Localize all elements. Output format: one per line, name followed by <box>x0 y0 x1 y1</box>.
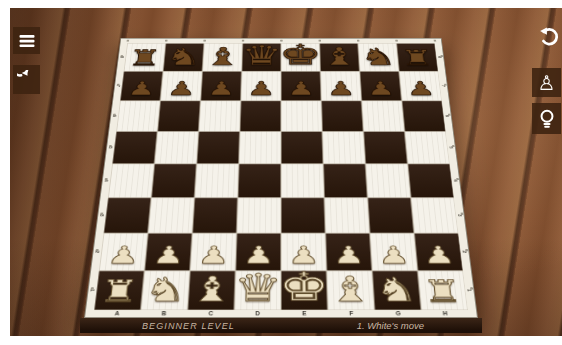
frame-screw <box>444 84 447 86</box>
piece-black-pawn-e7[interactable]: ♟ <box>281 55 321 97</box>
square-d5[interactable] <box>239 131 281 163</box>
rotate-board-button[interactable] <box>13 65 40 94</box>
level-label: BEGINNER LEVEL <box>142 321 235 331</box>
chess-app-window: ABCDEFGH 87654321 87654321 ♜♞♝♛♚♝♞♜♟♟♟♟♟… <box>10 8 562 336</box>
file-label-b: B <box>140 310 187 317</box>
square-g5[interactable] <box>363 131 407 163</box>
hint-button[interactable] <box>532 103 561 134</box>
frame-screw <box>465 249 468 251</box>
square-b5[interactable] <box>154 131 198 163</box>
piece-white-king-e1[interactable]: ♚ <box>281 249 328 306</box>
piece-black-pawn-b7[interactable]: ♟ <box>161 55 204 97</box>
piece-white-bishop-c1[interactable]: ♝ <box>188 249 236 306</box>
black-pawn-glyph: ♟ <box>126 80 156 98</box>
board-scene: ABCDEFGH 87654321 87654321 ♜♞♝♛♚♝♞♜♟♟♟♟♟… <box>10 8 562 336</box>
piece-black-pawn-a7[interactable]: ♟ <box>120 55 164 97</box>
file-label-h: H <box>421 310 469 317</box>
square-c6[interactable] <box>199 101 241 132</box>
status-bar: BEGINNER LEVEL 1. White's move <box>80 318 482 333</box>
square-c4[interactable] <box>194 164 238 198</box>
hamburger-icon <box>18 32 36 50</box>
undo-button[interactable] <box>533 21 562 50</box>
piece-white-knight-g1[interactable]: ♞ <box>371 249 421 306</box>
black-pawn-glyph: ♟ <box>247 80 275 98</box>
square-e4[interactable] <box>281 164 324 198</box>
square-c5[interactable] <box>197 131 240 163</box>
pawn-icon: ♙ <box>538 73 556 93</box>
square-d4[interactable] <box>238 164 281 198</box>
file-label-e: E <box>281 310 328 317</box>
black-pawn-glyph: ♟ <box>207 80 236 98</box>
piece-white-rook-a1[interactable]: ♜ <box>95 249 147 306</box>
piece-black-pawn-d7[interactable]: ♟ <box>241 55 281 97</box>
piece-black-pawn-c7[interactable]: ♟ <box>201 55 242 97</box>
white-bishop-glyph: ♝ <box>328 273 374 306</box>
black-pawn-glyph: ♟ <box>366 80 396 98</box>
piece-white-knight-b1[interactable]: ♞ <box>141 249 191 306</box>
piece-black-pawn-h7[interactable]: ♟ <box>398 55 442 97</box>
frame-screw <box>452 145 455 147</box>
black-pawn-glyph: ♟ <box>287 80 315 98</box>
square-d6[interactable] <box>240 101 281 132</box>
white-bishop-glyph: ♝ <box>189 273 235 306</box>
file-label-d: D <box>234 310 281 317</box>
black-pawn-glyph: ♟ <box>166 80 196 98</box>
white-rook-glyph: ♜ <box>98 277 140 306</box>
square-f4[interactable] <box>323 164 367 198</box>
piece-black-pawn-g7[interactable]: ♟ <box>359 55 402 97</box>
file-label-c: C <box>187 310 234 317</box>
screenshot-page: ABCDEFGH 87654321 87654321 ♜♞♝♛♚♝♞♜♟♟♟♟♟… <box>0 0 562 345</box>
frame-screw <box>461 213 464 215</box>
chess-board: ABCDEFGH 87654321 87654321 ♜♞♝♛♚♝♞♜♟♟♟♟♟… <box>84 38 478 318</box>
square-e6[interactable] <box>281 101 322 132</box>
frame-screw <box>456 178 459 180</box>
white-queen-glyph: ♛ <box>233 270 283 306</box>
move-status-label: 1. White's move <box>357 320 424 331</box>
undo-arrow-icon <box>537 25 559 47</box>
black-pawn-glyph: ♟ <box>406 80 436 98</box>
frame-screw <box>470 287 473 290</box>
white-knight-glyph: ♞ <box>143 275 188 306</box>
square-e5[interactable] <box>281 131 323 163</box>
menu-button[interactable] <box>13 27 40 54</box>
piece-white-rook-h1[interactable]: ♜ <box>416 249 468 306</box>
file-labels: ABCDEFGH <box>93 310 469 317</box>
square-b4[interactable] <box>151 164 196 198</box>
square-g4[interactable] <box>365 164 410 198</box>
white-rook-glyph: ♜ <box>422 277 464 306</box>
lightbulb-icon <box>537 108 557 130</box>
black-pawn-glyph: ♟ <box>326 80 355 98</box>
file-label-f: F <box>328 310 375 317</box>
square-g6[interactable] <box>361 101 404 132</box>
piece-white-queen-d1[interactable]: ♛ <box>234 249 281 306</box>
white-king-glyph: ♚ <box>279 268 331 306</box>
frame-screw <box>440 55 443 57</box>
frame-screw <box>448 114 451 116</box>
square-b6[interactable] <box>157 101 200 132</box>
piece-white-bishop-f1[interactable]: ♝ <box>326 249 374 306</box>
piece-black-pawn-f7[interactable]: ♟ <box>320 55 361 97</box>
player-mode-button[interactable]: ♙ <box>532 68 561 97</box>
square-f5[interactable] <box>322 131 365 163</box>
white-knight-glyph: ♞ <box>374 275 419 306</box>
square-f6[interactable] <box>321 101 363 132</box>
rotate-icon <box>17 70 37 90</box>
file-label-a: A <box>93 310 141 317</box>
file-label-g: G <box>375 310 422 317</box>
